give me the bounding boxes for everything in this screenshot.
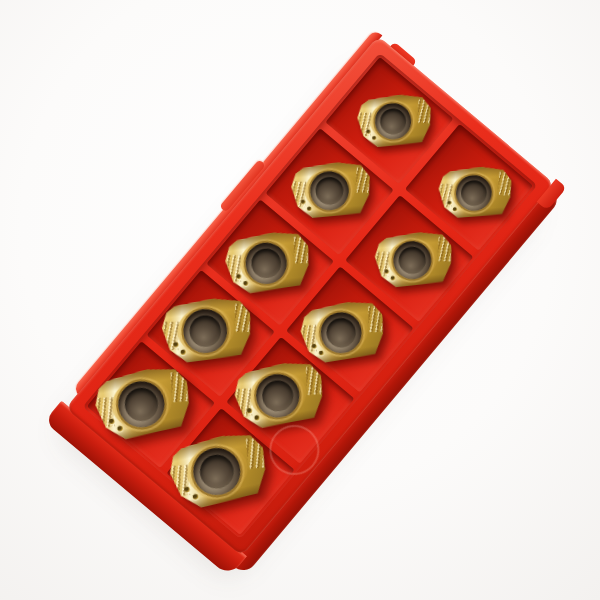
milling-insert bbox=[231, 357, 329, 431]
insert-mold-dot bbox=[181, 349, 187, 355]
milling-insert bbox=[355, 93, 433, 149]
insert-mold-dot bbox=[372, 136, 377, 141]
insert-edge-serrations-right bbox=[356, 168, 370, 193]
insert-edge-serrations-right bbox=[438, 237, 451, 261]
insert-body bbox=[231, 357, 329, 431]
insert-body bbox=[437, 165, 513, 219]
insert-mold-dot bbox=[193, 493, 200, 500]
insert-mold-dot bbox=[118, 425, 125, 432]
milling-insert bbox=[373, 229, 455, 289]
milling-insert bbox=[289, 160, 372, 220]
insert-body bbox=[373, 229, 455, 289]
milling-insert bbox=[159, 294, 255, 365]
insert-hole-bore bbox=[398, 246, 428, 276]
insert-edge-serrations-right bbox=[235, 303, 250, 331]
insert-edge-serrations-right bbox=[307, 366, 322, 394]
insert-hole-bore bbox=[260, 378, 296, 414]
insert-hole-bore bbox=[460, 180, 487, 207]
insert-hole-bore bbox=[250, 247, 283, 280]
insert-body bbox=[289, 160, 372, 220]
insert-mold-dot bbox=[391, 276, 396, 281]
insert-box bbox=[66, 36, 555, 556]
insert-mold-dot bbox=[255, 415, 261, 421]
insert-hole-bore bbox=[325, 316, 358, 349]
insert-edge-serrations-right bbox=[418, 100, 431, 124]
insert-hole-bore bbox=[122, 385, 161, 424]
insert-edge-serrations-right bbox=[171, 371, 188, 401]
milling-insert bbox=[91, 362, 197, 444]
insert-edge-serrations-right bbox=[247, 437, 265, 468]
insert-body bbox=[355, 93, 433, 149]
insert-hole-bore bbox=[315, 176, 345, 206]
insert-mold-dot bbox=[243, 281, 249, 287]
insert-mold-dot bbox=[453, 207, 458, 212]
milling-insert bbox=[222, 228, 313, 296]
insert-hole-bore bbox=[188, 314, 223, 349]
insert-edge-serrations-right bbox=[498, 172, 511, 195]
insert-body bbox=[91, 362, 197, 444]
insert-edge-serrations-right bbox=[369, 306, 383, 332]
insert-mold-dot bbox=[173, 342, 179, 348]
insert-hole-bore bbox=[379, 108, 407, 136]
insert-mold-dot bbox=[307, 207, 312, 212]
insert-edge-serrations-right bbox=[294, 237, 307, 263]
insert-body bbox=[222, 228, 313, 296]
insert-body bbox=[159, 294, 255, 365]
milling-insert bbox=[297, 297, 388, 366]
insert-body bbox=[297, 297, 388, 366]
product-photo bbox=[0, 0, 600, 600]
milling-insert bbox=[437, 165, 513, 219]
insert-hole-bore bbox=[197, 451, 237, 491]
insert-mold-dot bbox=[319, 350, 325, 356]
